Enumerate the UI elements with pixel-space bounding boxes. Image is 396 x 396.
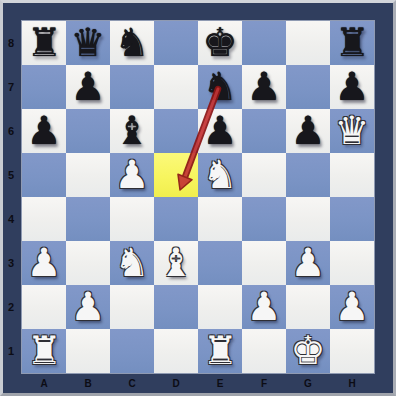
square-b4[interactable] <box>66 197 110 241</box>
square-b6[interactable] <box>66 109 110 153</box>
square-e5[interactable]: ♞ <box>198 153 242 197</box>
square-e3[interactable] <box>198 241 242 285</box>
square-g5[interactable] <box>286 153 330 197</box>
square-e8[interactable]: ♚ <box>198 21 242 65</box>
square-e6[interactable]: ♟ <box>198 109 242 153</box>
square-a1[interactable]: ♜ <box>22 329 66 373</box>
square-g4[interactable] <box>286 197 330 241</box>
piece-white-pawn-c5[interactable]: ♟ <box>115 153 150 197</box>
piece-black-knight-e7[interactable]: ♞ <box>203 65 238 109</box>
square-f2[interactable]: ♟ <box>242 285 286 329</box>
square-d7[interactable] <box>154 65 198 109</box>
rank-label-3: 3 <box>0 241 22 285</box>
piece-black-pawn-f7[interactable]: ♟ <box>247 65 282 109</box>
square-h3[interactable] <box>330 241 374 285</box>
file-label-c: C <box>110 373 154 394</box>
rank-label-4: 4 <box>0 197 22 241</box>
square-g3[interactable]: ♟ <box>286 241 330 285</box>
square-e1[interactable]: ♜ <box>198 329 242 373</box>
square-b7[interactable]: ♟ <box>66 65 110 109</box>
square-c5[interactable]: ♟ <box>110 153 154 197</box>
square-g8[interactable] <box>286 21 330 65</box>
file-label-h: H <box>330 373 374 394</box>
square-f4[interactable] <box>242 197 286 241</box>
chess-board: ♜♛♞♚♜♟♞♟♟♟♝♟♟♛♟♞♟♞♝♟♟♟♟♜♜♚ <box>22 21 374 373</box>
piece-white-knight-e5[interactable]: ♞ <box>203 153 238 197</box>
rank-label-6: 6 <box>0 109 22 153</box>
file-label-e: E <box>198 373 242 394</box>
square-f1[interactable] <box>242 329 286 373</box>
piece-black-queen-b8[interactable]: ♛ <box>71 21 106 65</box>
square-c3[interactable]: ♞ <box>110 241 154 285</box>
square-g2[interactable] <box>286 285 330 329</box>
square-h4[interactable] <box>330 197 374 241</box>
square-h1[interactable] <box>330 329 374 373</box>
piece-white-pawn-g3[interactable]: ♟ <box>291 241 326 285</box>
file-labels: ABCDEFGH <box>22 373 374 394</box>
square-c8[interactable]: ♞ <box>110 21 154 65</box>
piece-black-king-e8[interactable]: ♚ <box>203 21 238 65</box>
piece-black-rook-h8[interactable]: ♜ <box>335 21 370 65</box>
piece-white-pawn-f2[interactable]: ♟ <box>247 285 282 329</box>
square-a4[interactable] <box>22 197 66 241</box>
square-d2[interactable] <box>154 285 198 329</box>
square-a7[interactable] <box>22 65 66 109</box>
square-f8[interactable] <box>242 21 286 65</box>
square-d8[interactable] <box>154 21 198 65</box>
piece-white-queen-h6[interactable]: ♛ <box>335 109 370 153</box>
square-c6[interactable]: ♝ <box>110 109 154 153</box>
rank-label-5: 5 <box>0 153 22 197</box>
file-label-a: A <box>22 373 66 394</box>
file-label-b: B <box>66 373 110 394</box>
square-b2[interactable]: ♟ <box>66 285 110 329</box>
square-c4[interactable] <box>110 197 154 241</box>
square-d5[interactable] <box>154 153 198 197</box>
rank-label-1: 1 <box>0 329 22 373</box>
square-d1[interactable] <box>154 329 198 373</box>
piece-white-knight-c3[interactable]: ♞ <box>115 241 150 285</box>
square-a3[interactable]: ♟ <box>22 241 66 285</box>
square-c2[interactable] <box>110 285 154 329</box>
square-e7[interactable]: ♞ <box>198 65 242 109</box>
square-g6[interactable]: ♟ <box>286 109 330 153</box>
square-b8[interactable]: ♛ <box>66 21 110 65</box>
rank-label-2: 2 <box>0 285 22 329</box>
square-h7[interactable]: ♟ <box>330 65 374 109</box>
square-f5[interactable] <box>242 153 286 197</box>
square-h6[interactable]: ♛ <box>330 109 374 153</box>
rank-labels: 87654321 <box>0 21 22 373</box>
piece-white-bishop-d3[interactable]: ♝ <box>159 241 194 285</box>
piece-black-knight-c8[interactable]: ♞ <box>115 21 150 65</box>
square-a8[interactable]: ♜ <box>22 21 66 65</box>
file-label-d: D <box>154 373 198 394</box>
square-f6[interactable] <box>242 109 286 153</box>
piece-black-pawn-g6[interactable]: ♟ <box>291 109 326 153</box>
square-e2[interactable] <box>198 285 242 329</box>
piece-black-rook-a8[interactable]: ♜ <box>27 21 62 65</box>
file-label-f: F <box>242 373 286 394</box>
piece-black-pawn-b7[interactable]: ♟ <box>71 65 106 109</box>
piece-white-pawn-h2[interactable]: ♟ <box>335 285 370 329</box>
square-d3[interactable]: ♝ <box>154 241 198 285</box>
piece-white-rook-a1[interactable]: ♜ <box>27 329 62 373</box>
piece-black-pawn-a6[interactable]: ♟ <box>27 109 62 153</box>
square-b1[interactable] <box>66 329 110 373</box>
rank-label-8: 8 <box>0 21 22 65</box>
piece-black-bishop-c6[interactable]: ♝ <box>115 109 150 153</box>
square-h8[interactable]: ♜ <box>330 21 374 65</box>
file-label-g: G <box>286 373 330 394</box>
rank-label-7: 7 <box>0 65 22 109</box>
square-g7[interactable] <box>286 65 330 109</box>
piece-black-pawn-e6[interactable]: ♟ <box>203 109 238 153</box>
square-a6[interactable]: ♟ <box>22 109 66 153</box>
square-a2[interactable] <box>22 285 66 329</box>
square-e4[interactable] <box>198 197 242 241</box>
piece-black-pawn-h7[interactable]: ♟ <box>335 65 370 109</box>
chess-app-window: 87654321 ABCDEFGH ♜♛♞♚♜♟♞♟♟♟♝♟♟♛♟♞♟♞♝♟♟♟… <box>0 0 396 396</box>
square-f7[interactable]: ♟ <box>242 65 286 109</box>
piece-white-rook-e1[interactable]: ♜ <box>203 329 238 373</box>
square-h2[interactable]: ♟ <box>330 285 374 329</box>
square-c1[interactable] <box>110 329 154 373</box>
piece-white-pawn-b2[interactable]: ♟ <box>71 285 106 329</box>
piece-white-pawn-a3[interactable]: ♟ <box>27 241 62 285</box>
square-a5[interactable] <box>22 153 66 197</box>
square-g1[interactable]: ♚ <box>286 329 330 373</box>
square-d4[interactable] <box>154 197 198 241</box>
square-c7[interactable] <box>110 65 154 109</box>
square-h5[interactable] <box>330 153 374 197</box>
square-f3[interactable] <box>242 241 286 285</box>
piece-white-king-g1[interactable]: ♚ <box>291 329 326 373</box>
square-b5[interactable] <box>66 153 110 197</box>
square-b3[interactable] <box>66 241 110 285</box>
square-d6[interactable] <box>154 109 198 153</box>
